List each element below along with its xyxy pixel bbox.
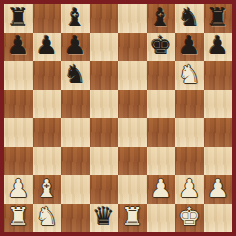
- square-d5[interactable]: [90, 90, 119, 119]
- white-pawn-piece: ♟: [207, 176, 229, 201]
- square-g5[interactable]: [175, 90, 204, 119]
- square-g1[interactable]: ♚: [175, 204, 204, 233]
- square-d6[interactable]: [90, 61, 119, 90]
- black-pawn-piece: ♟: [178, 33, 200, 58]
- square-e3[interactable]: [118, 147, 147, 176]
- square-e8[interactable]: [118, 4, 147, 33]
- square-g8[interactable]: ♞: [175, 4, 204, 33]
- black-pawn-piece: ♟: [36, 33, 58, 58]
- square-h7[interactable]: ♟: [204, 33, 233, 62]
- black-pawn-piece: ♟: [7, 33, 29, 58]
- square-a7[interactable]: ♟: [4, 33, 33, 62]
- square-e4[interactable]: [118, 118, 147, 147]
- square-d1[interactable]: ♛: [90, 204, 119, 233]
- black-knight-piece: ♞: [178, 5, 200, 30]
- square-c4[interactable]: [61, 118, 90, 147]
- square-h6[interactable]: [204, 61, 233, 90]
- chess-board: ♜♝♝♞♜♟♟♟♚♟♟♞♞♟♝♟♟♟♜♞♛♜♚: [4, 4, 232, 232]
- square-c7[interactable]: ♟: [61, 33, 90, 62]
- square-a6[interactable]: [4, 61, 33, 90]
- white-rook-piece: ♜: [121, 204, 143, 229]
- square-a3[interactable]: [4, 147, 33, 176]
- square-h1[interactable]: [204, 204, 233, 233]
- square-a4[interactable]: [4, 118, 33, 147]
- square-g4[interactable]: [175, 118, 204, 147]
- square-e7[interactable]: [118, 33, 147, 62]
- black-knight-piece: ♞: [64, 62, 86, 87]
- square-e6[interactable]: [118, 61, 147, 90]
- black-bishop-piece: ♝: [64, 5, 86, 30]
- square-f7[interactable]: ♚: [147, 33, 176, 62]
- square-a2[interactable]: ♟: [4, 175, 33, 204]
- square-h5[interactable]: [204, 90, 233, 119]
- square-c1[interactable]: [61, 204, 90, 233]
- white-pawn-piece: ♟: [150, 176, 172, 201]
- square-h4[interactable]: [204, 118, 233, 147]
- white-rook-piece: ♜: [7, 204, 29, 229]
- white-king-piece: ♚: [178, 204, 200, 229]
- black-rook-piece: ♜: [7, 5, 29, 30]
- black-rook-piece: ♜: [207, 5, 229, 30]
- square-d2[interactable]: [90, 175, 119, 204]
- square-f1[interactable]: [147, 204, 176, 233]
- square-c8[interactable]: ♝: [61, 4, 90, 33]
- square-c2[interactable]: [61, 175, 90, 204]
- square-f3[interactable]: [147, 147, 176, 176]
- square-f2[interactable]: ♟: [147, 175, 176, 204]
- white-pawn-piece: ♟: [178, 176, 200, 201]
- square-c5[interactable]: [61, 90, 90, 119]
- square-b7[interactable]: ♟: [33, 33, 62, 62]
- square-a1[interactable]: ♜: [4, 204, 33, 233]
- square-d7[interactable]: [90, 33, 119, 62]
- black-pawn-piece: ♟: [207, 33, 229, 58]
- square-f4[interactable]: [147, 118, 176, 147]
- square-h2[interactable]: ♟: [204, 175, 233, 204]
- square-b4[interactable]: [33, 118, 62, 147]
- square-f5[interactable]: [147, 90, 176, 119]
- square-g2[interactable]: ♟: [175, 175, 204, 204]
- square-g6[interactable]: ♞: [175, 61, 204, 90]
- black-queen-piece: ♛: [93, 204, 115, 229]
- square-f8[interactable]: ♝: [147, 4, 176, 33]
- square-a5[interactable]: [4, 90, 33, 119]
- square-c3[interactable]: [61, 147, 90, 176]
- square-b6[interactable]: [33, 61, 62, 90]
- black-king-piece: ♚: [150, 33, 172, 58]
- white-knight-piece: ♞: [36, 204, 58, 229]
- chess-diagram: ♜♝♝♞♜♟♟♟♚♟♟♞♞♟♝♟♟♟♜♞♛♜♚: [0, 0, 236, 236]
- square-b3[interactable]: [33, 147, 62, 176]
- black-pawn-piece: ♟: [64, 33, 86, 58]
- square-g7[interactable]: ♟: [175, 33, 204, 62]
- square-b2[interactable]: ♝: [33, 175, 62, 204]
- square-e1[interactable]: ♜: [118, 204, 147, 233]
- square-g3[interactable]: [175, 147, 204, 176]
- square-d8[interactable]: [90, 4, 119, 33]
- white-knight-piece: ♞: [178, 62, 200, 87]
- square-d3[interactable]: [90, 147, 119, 176]
- white-pawn-piece: ♟: [7, 176, 29, 201]
- square-c6[interactable]: ♞: [61, 61, 90, 90]
- square-b5[interactable]: [33, 90, 62, 119]
- square-f6[interactable]: [147, 61, 176, 90]
- square-h8[interactable]: ♜: [204, 4, 233, 33]
- square-a8[interactable]: ♜: [4, 4, 33, 33]
- square-d4[interactable]: [90, 118, 119, 147]
- black-bishop-piece: ♝: [150, 5, 172, 30]
- square-e5[interactable]: [118, 90, 147, 119]
- board-frame: ♜♝♝♞♜♟♟♟♚♟♟♞♞♟♝♟♟♟♜♞♛♜♚: [0, 0, 236, 236]
- square-h3[interactable]: [204, 147, 233, 176]
- square-b1[interactable]: ♞: [33, 204, 62, 233]
- white-bishop-piece: ♝: [36, 176, 58, 201]
- square-b8[interactable]: [33, 4, 62, 33]
- square-e2[interactable]: [118, 175, 147, 204]
